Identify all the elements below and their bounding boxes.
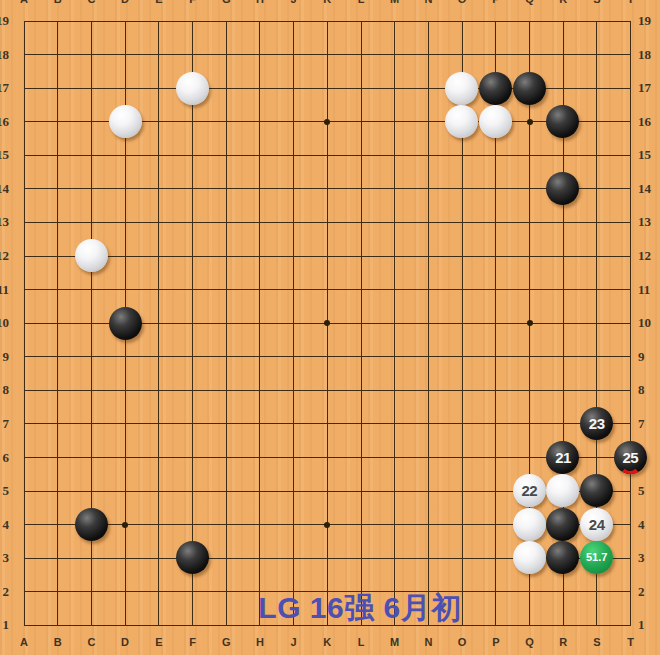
board-cell[interactable]	[512, 441, 546, 475]
board-cell[interactable]	[411, 373, 445, 407]
board-cell[interactable]	[142, 541, 176, 575]
board-cell[interactable]	[378, 138, 412, 172]
board-cell[interactable]	[580, 38, 614, 72]
board-cell[interactable]	[277, 138, 311, 172]
board-cell[interactable]	[75, 407, 109, 441]
board-cell[interactable]	[310, 306, 344, 340]
board-cell[interactable]	[445, 474, 479, 508]
board-cell[interactable]	[75, 38, 109, 72]
board-cell[interactable]	[344, 206, 378, 240]
board-cell[interactable]	[243, 407, 277, 441]
stone-white[interactable]	[445, 72, 478, 105]
board-cell[interactable]	[378, 239, 412, 273]
board-cell[interactable]	[580, 138, 614, 172]
board-cell[interactable]	[277, 172, 311, 206]
board-cell[interactable]	[580, 4, 614, 38]
stone-black[interactable]	[176, 541, 209, 574]
board-cell[interactable]	[479, 474, 513, 508]
board-cell[interactable]	[243, 306, 277, 340]
board-cell[interactable]	[512, 373, 546, 407]
board-cell[interactable]	[411, 273, 445, 307]
board-cell[interactable]	[41, 239, 75, 273]
board-cell[interactable]	[209, 105, 243, 139]
board-cell[interactable]	[209, 373, 243, 407]
board-cell[interactable]	[209, 340, 243, 374]
board-cell[interactable]	[479, 608, 513, 642]
stone-white[interactable]	[513, 508, 546, 541]
stone-white[interactable]	[479, 105, 512, 138]
board-cell[interactable]	[546, 508, 580, 542]
board-cell[interactable]	[614, 105, 648, 139]
board-cell[interactable]	[277, 273, 311, 307]
board-cell[interactable]	[310, 441, 344, 475]
board-cell[interactable]	[108, 273, 142, 307]
board-cell[interactable]	[41, 38, 75, 72]
board-cell[interactable]	[479, 38, 513, 72]
board-cell[interactable]	[75, 306, 109, 340]
board-cell[interactable]	[41, 441, 75, 475]
board-cell[interactable]	[243, 172, 277, 206]
stone-black[interactable]	[75, 508, 108, 541]
board-cell[interactable]	[310, 340, 344, 374]
board-cell[interactable]	[176, 441, 210, 475]
board-cell[interactable]	[277, 407, 311, 441]
board-cell[interactable]	[445, 273, 479, 307]
board-cell[interactable]	[411, 38, 445, 72]
board-cell[interactable]	[277, 373, 311, 407]
stone-black[interactable]	[546, 105, 579, 138]
board-cell[interactable]	[479, 441, 513, 475]
board-cell[interactable]	[344, 239, 378, 273]
board-cell[interactable]	[75, 541, 109, 575]
board-cell[interactable]: 25	[614, 441, 648, 475]
board-cell[interactable]	[411, 474, 445, 508]
board-cell[interactable]	[445, 441, 479, 475]
board-cell[interactable]	[41, 508, 75, 542]
board-cell[interactable]	[378, 206, 412, 240]
board-cell[interactable]	[7, 206, 41, 240]
board-cell[interactable]	[209, 71, 243, 105]
board-cell[interactable]	[580, 172, 614, 206]
board-cell[interactable]	[277, 38, 311, 72]
board-cell[interactable]	[7, 138, 41, 172]
board-cell[interactable]	[614, 38, 648, 72]
board-cell[interactable]	[277, 508, 311, 542]
board-cell[interactable]	[7, 239, 41, 273]
board-cell[interactable]	[277, 4, 311, 38]
board-cell[interactable]	[445, 38, 479, 72]
board-cell[interactable]	[580, 206, 614, 240]
board-cell[interactable]	[378, 306, 412, 340]
board-cell[interactable]	[243, 105, 277, 139]
board-cell[interactable]	[411, 105, 445, 139]
board-cell[interactable]	[176, 575, 210, 609]
board-cell[interactable]	[445, 105, 479, 139]
board-cell[interactable]	[512, 105, 546, 139]
board-cell[interactable]	[580, 273, 614, 307]
board-cell[interactable]	[344, 4, 378, 38]
board-cell[interactable]	[7, 373, 41, 407]
board-cell[interactable]	[546, 541, 580, 575]
stone-black[interactable]	[513, 72, 546, 105]
board-cell[interactable]	[243, 273, 277, 307]
board-cell[interactable]	[411, 71, 445, 105]
board-cell[interactable]	[344, 306, 378, 340]
board-cell[interactable]	[512, 38, 546, 72]
board-cell[interactable]	[41, 4, 75, 38]
board-cell[interactable]	[142, 273, 176, 307]
board-cell[interactable]	[580, 575, 614, 609]
board-cell[interactable]	[41, 541, 75, 575]
board-cell[interactable]	[209, 541, 243, 575]
board-cell[interactable]	[344, 441, 378, 475]
board-cell[interactable]	[344, 172, 378, 206]
board-cell[interactable]	[378, 474, 412, 508]
stone-white[interactable]	[445, 105, 478, 138]
board-cell[interactable]	[445, 172, 479, 206]
board-cell[interactable]	[142, 138, 176, 172]
board-cell[interactable]	[142, 508, 176, 542]
board-cell[interactable]	[108, 71, 142, 105]
board-cell[interactable]	[209, 508, 243, 542]
board-cell[interactable]	[512, 172, 546, 206]
ai-suggestion-stone[interactable]: 51.7	[580, 541, 613, 574]
board-cell[interactable]	[310, 273, 344, 307]
board-cell[interactable]	[243, 441, 277, 475]
board-cell[interactable]	[512, 407, 546, 441]
board-cell[interactable]	[479, 306, 513, 340]
board-cell[interactable]	[209, 441, 243, 475]
board-cell[interactable]	[75, 340, 109, 374]
board-cell[interactable]	[41, 273, 75, 307]
board-cell[interactable]: 21	[546, 441, 580, 475]
board-cell[interactable]	[580, 239, 614, 273]
board-cell[interactable]	[310, 239, 344, 273]
board-cell[interactable]	[7, 441, 41, 475]
board-cell[interactable]	[176, 407, 210, 441]
board-cell[interactable]	[75, 172, 109, 206]
board-cell[interactable]	[546, 206, 580, 240]
stone-white[interactable]	[109, 105, 142, 138]
board-cell[interactable]	[243, 340, 277, 374]
board-cell[interactable]	[108, 105, 142, 139]
board-cell[interactable]	[142, 306, 176, 340]
board-cell[interactable]	[614, 306, 648, 340]
board-cell[interactable]	[512, 239, 546, 273]
board-cell[interactable]	[41, 172, 75, 206]
board-cell[interactable]	[277, 239, 311, 273]
board-cell[interactable]	[209, 273, 243, 307]
board-cell[interactable]	[479, 239, 513, 273]
board-cell[interactable]	[75, 508, 109, 542]
board-cell[interactable]	[344, 373, 378, 407]
stone-black[interactable]	[580, 474, 613, 507]
board-cell[interactable]	[108, 508, 142, 542]
board-cell[interactable]	[7, 71, 41, 105]
board-cell[interactable]	[546, 105, 580, 139]
board-cell[interactable]	[176, 608, 210, 642]
board-cell[interactable]	[378, 541, 412, 575]
board-cell[interactable]	[580, 373, 614, 407]
board-cell[interactable]	[614, 4, 648, 38]
board-cell[interactable]	[479, 71, 513, 105]
board-cell[interactable]	[108, 474, 142, 508]
board-cell[interactable]	[310, 407, 344, 441]
board-cell[interactable]	[479, 541, 513, 575]
board-cell[interactable]	[512, 273, 546, 307]
board-cell[interactable]	[142, 172, 176, 206]
board-cell[interactable]	[378, 4, 412, 38]
board-cell[interactable]	[445, 306, 479, 340]
board-cell[interactable]	[411, 541, 445, 575]
board-cell[interactable]	[209, 407, 243, 441]
board-cell[interactable]	[142, 4, 176, 38]
board-cell[interactable]	[277, 306, 311, 340]
board-cell[interactable]	[580, 306, 614, 340]
board-cell[interactable]	[614, 407, 648, 441]
board-cell[interactable]	[344, 38, 378, 72]
board-cell[interactable]	[546, 474, 580, 508]
board-cell[interactable]	[176, 373, 210, 407]
board-cell[interactable]	[378, 71, 412, 105]
board-cell[interactable]	[176, 239, 210, 273]
board-cell[interactable]	[243, 38, 277, 72]
board-cell[interactable]	[445, 373, 479, 407]
board-cell[interactable]	[546, 306, 580, 340]
board-cell[interactable]	[209, 38, 243, 72]
board-cell[interactable]	[243, 508, 277, 542]
board-cell[interactable]	[546, 138, 580, 172]
board-cell[interactable]	[277, 105, 311, 139]
board-cell[interactable]	[7, 608, 41, 642]
board-cell[interactable]	[243, 71, 277, 105]
board-cell[interactable]	[75, 441, 109, 475]
board-cell[interactable]	[243, 474, 277, 508]
board-cell[interactable]	[614, 172, 648, 206]
board-cell[interactable]	[445, 4, 479, 38]
board-cell[interactable]	[108, 407, 142, 441]
board-cell[interactable]	[7, 474, 41, 508]
board-cell[interactable]	[411, 508, 445, 542]
board-cell[interactable]	[7, 172, 41, 206]
board-cell[interactable]	[546, 373, 580, 407]
board-cell[interactable]	[142, 441, 176, 475]
board-cell[interactable]	[411, 172, 445, 206]
board-cell[interactable]	[209, 138, 243, 172]
board-cell[interactable]	[614, 474, 648, 508]
board-cell[interactable]	[108, 340, 142, 374]
board-cell[interactable]	[546, 38, 580, 72]
board-cell[interactable]	[108, 441, 142, 475]
board-cell[interactable]	[108, 608, 142, 642]
board-cell[interactable]	[310, 172, 344, 206]
board-cell[interactable]	[108, 172, 142, 206]
board-cell[interactable]	[41, 340, 75, 374]
board-cell[interactable]	[378, 508, 412, 542]
board-cell[interactable]	[614, 239, 648, 273]
board-cell[interactable]	[209, 239, 243, 273]
board-cell[interactable]	[41, 105, 75, 139]
board-cell[interactable]	[445, 138, 479, 172]
board-cell[interactable]	[580, 474, 614, 508]
board-cell[interactable]	[209, 306, 243, 340]
board-cell[interactable]	[411, 306, 445, 340]
board-cell[interactable]	[209, 172, 243, 206]
board-cell[interactable]	[411, 239, 445, 273]
board-cell[interactable]	[512, 608, 546, 642]
board-cell[interactable]	[41, 608, 75, 642]
board-cell[interactable]	[614, 575, 648, 609]
board-cell[interactable]	[7, 340, 41, 374]
stone-black[interactable]: 25	[614, 441, 647, 474]
board-cell[interactable]	[75, 138, 109, 172]
stone-white[interactable]	[546, 474, 579, 507]
board-cell[interactable]	[614, 373, 648, 407]
board-cell[interactable]	[142, 71, 176, 105]
board-cell[interactable]	[479, 138, 513, 172]
go-board[interactable]: 232125222451.7	[7, 4, 647, 642]
board-cell[interactable]	[176, 508, 210, 542]
board-cell[interactable]	[75, 575, 109, 609]
board-cell[interactable]	[176, 340, 210, 374]
board-cell[interactable]	[108, 306, 142, 340]
board-cell[interactable]	[243, 239, 277, 273]
board-cell[interactable]	[176, 38, 210, 72]
board-cell[interactable]	[479, 373, 513, 407]
board-cell[interactable]	[176, 273, 210, 307]
stone-white[interactable]: 22	[513, 474, 546, 507]
board-cell[interactable]	[7, 273, 41, 307]
board-cell[interactable]	[344, 105, 378, 139]
board-cell[interactable]	[344, 340, 378, 374]
board-cell[interactable]	[479, 508, 513, 542]
board-cell[interactable]	[344, 541, 378, 575]
board-cell[interactable]	[75, 71, 109, 105]
board-cell[interactable]	[310, 508, 344, 542]
board-cell[interactable]	[75, 4, 109, 38]
board-cell[interactable]	[344, 474, 378, 508]
board-cell[interactable]	[445, 239, 479, 273]
board-cell[interactable]	[614, 608, 648, 642]
board-cell[interactable]	[7, 4, 41, 38]
board-cell[interactable]	[7, 541, 41, 575]
board-cell[interactable]	[142, 373, 176, 407]
board-cell[interactable]	[108, 575, 142, 609]
board-cell[interactable]	[243, 4, 277, 38]
board-cell[interactable]	[479, 273, 513, 307]
board-cell[interactable]	[546, 239, 580, 273]
board-cell[interactable]	[378, 38, 412, 72]
board-cell[interactable]	[108, 206, 142, 240]
board-cell[interactable]	[310, 206, 344, 240]
board-cell[interactable]	[75, 239, 109, 273]
board-cell[interactable]	[7, 38, 41, 72]
board-cell[interactable]	[614, 541, 648, 575]
board-cell[interactable]	[176, 206, 210, 240]
board-cell[interactable]	[546, 340, 580, 374]
board-cell[interactable]	[546, 172, 580, 206]
board-cell[interactable]	[108, 541, 142, 575]
board-cell[interactable]	[41, 575, 75, 609]
board-cell[interactable]	[176, 105, 210, 139]
board-cell[interactable]	[176, 4, 210, 38]
board-cell[interactable]	[310, 105, 344, 139]
board-cell[interactable]	[108, 4, 142, 38]
board-cell[interactable]	[75, 273, 109, 307]
board-cell[interactable]: 22	[512, 474, 546, 508]
board-cell[interactable]	[7, 575, 41, 609]
stone-black[interactable]	[546, 541, 579, 574]
board-cell[interactable]	[445, 71, 479, 105]
board-cell[interactable]	[243, 206, 277, 240]
board-cell[interactable]	[209, 206, 243, 240]
board-cell[interactable]	[142, 608, 176, 642]
board-cell[interactable]	[546, 4, 580, 38]
board-cell[interactable]	[41, 306, 75, 340]
board-cell[interactable]	[41, 71, 75, 105]
board-cell[interactable]	[243, 541, 277, 575]
board-cell[interactable]	[378, 172, 412, 206]
board-cell[interactable]	[614, 340, 648, 374]
board-cell[interactable]	[411, 407, 445, 441]
board-cell[interactable]	[445, 407, 479, 441]
board-cell[interactable]	[546, 71, 580, 105]
board-cell[interactable]	[108, 239, 142, 273]
board-cell[interactable]	[108, 138, 142, 172]
board-cell[interactable]	[310, 373, 344, 407]
board-cell[interactable]	[310, 4, 344, 38]
stone-white[interactable]	[176, 72, 209, 105]
board-cell[interactable]	[41, 206, 75, 240]
stone-black[interactable]	[109, 307, 142, 340]
board-cell[interactable]	[142, 575, 176, 609]
board-cell[interactable]	[310, 474, 344, 508]
stone-black[interactable]: 21	[546, 441, 579, 474]
board-cell[interactable]	[142, 474, 176, 508]
board-cell[interactable]	[512, 306, 546, 340]
board-cell[interactable]	[142, 407, 176, 441]
board-cell[interactable]	[277, 340, 311, 374]
board-cell[interactable]	[176, 306, 210, 340]
board-cell[interactable]	[411, 441, 445, 475]
board-cell[interactable]	[614, 71, 648, 105]
board-cell[interactable]	[41, 373, 75, 407]
board-cell[interactable]	[512, 575, 546, 609]
board-cell[interactable]	[7, 508, 41, 542]
board-cell[interactable]	[75, 206, 109, 240]
board-cell[interactable]	[479, 340, 513, 374]
board-cell[interactable]	[344, 407, 378, 441]
board-cell[interactable]	[176, 474, 210, 508]
board-cell[interactable]	[277, 441, 311, 475]
board-cell[interactable]	[176, 541, 210, 575]
board-cell[interactable]	[176, 138, 210, 172]
board-cell[interactable]	[445, 206, 479, 240]
board-cell[interactable]	[209, 608, 243, 642]
board-cell[interactable]	[580, 340, 614, 374]
board-cell[interactable]	[479, 172, 513, 206]
board-cell[interactable]	[411, 138, 445, 172]
board-cell[interactable]	[512, 4, 546, 38]
board-cell[interactable]	[277, 474, 311, 508]
board-cell[interactable]	[108, 38, 142, 72]
board-cell[interactable]	[344, 138, 378, 172]
board-cell[interactable]	[243, 138, 277, 172]
board-cell[interactable]	[580, 105, 614, 139]
board-cell[interactable]	[445, 541, 479, 575]
stone-black[interactable]	[546, 172, 579, 205]
stone-white[interactable]	[75, 239, 108, 272]
